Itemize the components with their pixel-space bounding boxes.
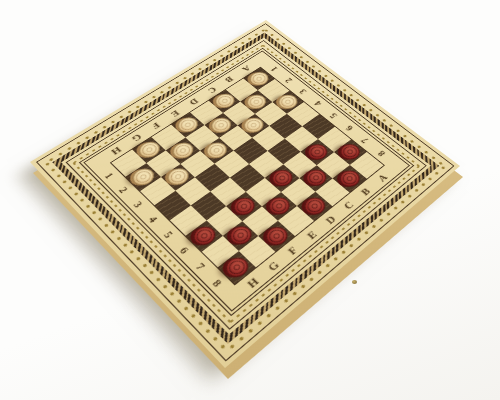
clasp-pin: [352, 280, 357, 284]
scene: 11AA22BB33CC44DD55EE66FF77GG88HH: [0, 0, 500, 400]
checkers-board: 11AA22BB33CC44DD55EE66FF77GG88HH: [30, 20, 460, 368]
